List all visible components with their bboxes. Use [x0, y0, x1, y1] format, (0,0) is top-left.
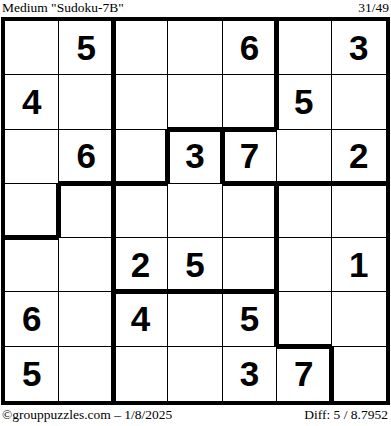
sudoku-cell-r1c5[interactable]: 6 [223, 21, 277, 75]
copyright-text: ©grouppuzzles.com – 1/8/2025 [2, 407, 172, 423]
sudoku-cell-r2c7[interactable] [332, 75, 386, 129]
sudoku-cell-r1c2[interactable]: 5 [59, 21, 113, 75]
sudoku-cell-r3c3[interactable] [114, 130, 168, 184]
sudoku-cell-r4c5[interactable] [223, 184, 277, 238]
sudoku-cell-r3c1[interactable] [5, 130, 59, 184]
header: Medium "Sudoku-7B" 31/49 [0, 0, 391, 17]
sudoku-cell-r7c6[interactable]: 7 [277, 347, 331, 401]
sudoku-cell-r6c3[interactable]: 4 [114, 292, 168, 346]
sudoku-cell-r2c4[interactable] [168, 75, 222, 129]
sudoku-cell-r5c6[interactable] [277, 238, 331, 292]
sudoku-cell-r5c4[interactable]: 5 [168, 238, 222, 292]
sudoku-cell-r1c4[interactable] [168, 21, 222, 75]
sudoku-cell-r1c6[interactable] [277, 21, 331, 75]
sudoku-cell-r7c2[interactable] [59, 347, 113, 401]
footer: ©grouppuzzles.com – 1/8/2025 Diff: 5 / 8… [0, 405, 391, 426]
sudoku-cell-r1c1[interactable] [5, 21, 59, 75]
sudoku-cell-r2c1[interactable]: 4 [5, 75, 59, 129]
sudoku-cell-r5c2[interactable] [59, 238, 113, 292]
difficulty-text: Diff: 5 / 8.7952 [304, 407, 388, 423]
sudoku-cell-r7c4[interactable] [168, 347, 222, 401]
sudoku-cell-r4c2[interactable] [59, 184, 113, 238]
sudoku-cell-r7c3[interactable] [114, 347, 168, 401]
page-title: Medium "Sudoku-7B" [2, 1, 124, 15]
sudoku-cell-r2c2[interactable] [59, 75, 113, 129]
sudoku-cell-r2c6[interactable]: 5 [277, 75, 331, 129]
sudoku-cell-r5c5[interactable] [223, 238, 277, 292]
sudoku-cell-r1c7[interactable]: 3 [332, 21, 386, 75]
sudoku-cell-r3c2[interactable]: 6 [59, 130, 113, 184]
sudoku-cell-r7c1[interactable]: 5 [5, 347, 59, 401]
sudoku-cell-r5c7[interactable]: 1 [332, 238, 386, 292]
sudoku-board: 563456372251645537 [1, 17, 390, 405]
sudoku-cell-r4c3[interactable] [114, 184, 168, 238]
sudoku-cell-r4c7[interactable] [332, 184, 386, 238]
sudoku-cell-r3c4[interactable]: 3 [168, 130, 222, 184]
sudoku-cell-r4c4[interactable] [168, 184, 222, 238]
sudoku-cell-r4c6[interactable] [277, 184, 331, 238]
sudoku-cell-r6c2[interactable] [59, 292, 113, 346]
sudoku-cell-r6c4[interactable] [168, 292, 222, 346]
sudoku-cell-r7c7[interactable] [332, 347, 386, 401]
sudoku-cell-r7c5[interactable]: 3 [223, 347, 277, 401]
cells-remaining-counter: 31/49 [358, 1, 389, 15]
sudoku-cell-r3c5[interactable]: 7 [223, 130, 277, 184]
sudoku-cell-r5c1[interactable] [5, 238, 59, 292]
sudoku-cell-r3c6[interactable] [277, 130, 331, 184]
sudoku-cell-r5c3[interactable]: 2 [114, 238, 168, 292]
sudoku-cell-r1c3[interactable] [114, 21, 168, 75]
sudoku-cell-r2c3[interactable] [114, 75, 168, 129]
sudoku-cell-r6c5[interactable]: 5 [223, 292, 277, 346]
sudoku-cell-r6c6[interactable] [277, 292, 331, 346]
sudoku-cell-r6c1[interactable]: 6 [5, 292, 59, 346]
sudoku-cell-r3c7[interactable]: 2 [332, 130, 386, 184]
sudoku-cell-r2c5[interactable] [223, 75, 277, 129]
sudoku-cell-r6c7[interactable] [332, 292, 386, 346]
sudoku-cell-r4c1[interactable] [5, 184, 59, 238]
